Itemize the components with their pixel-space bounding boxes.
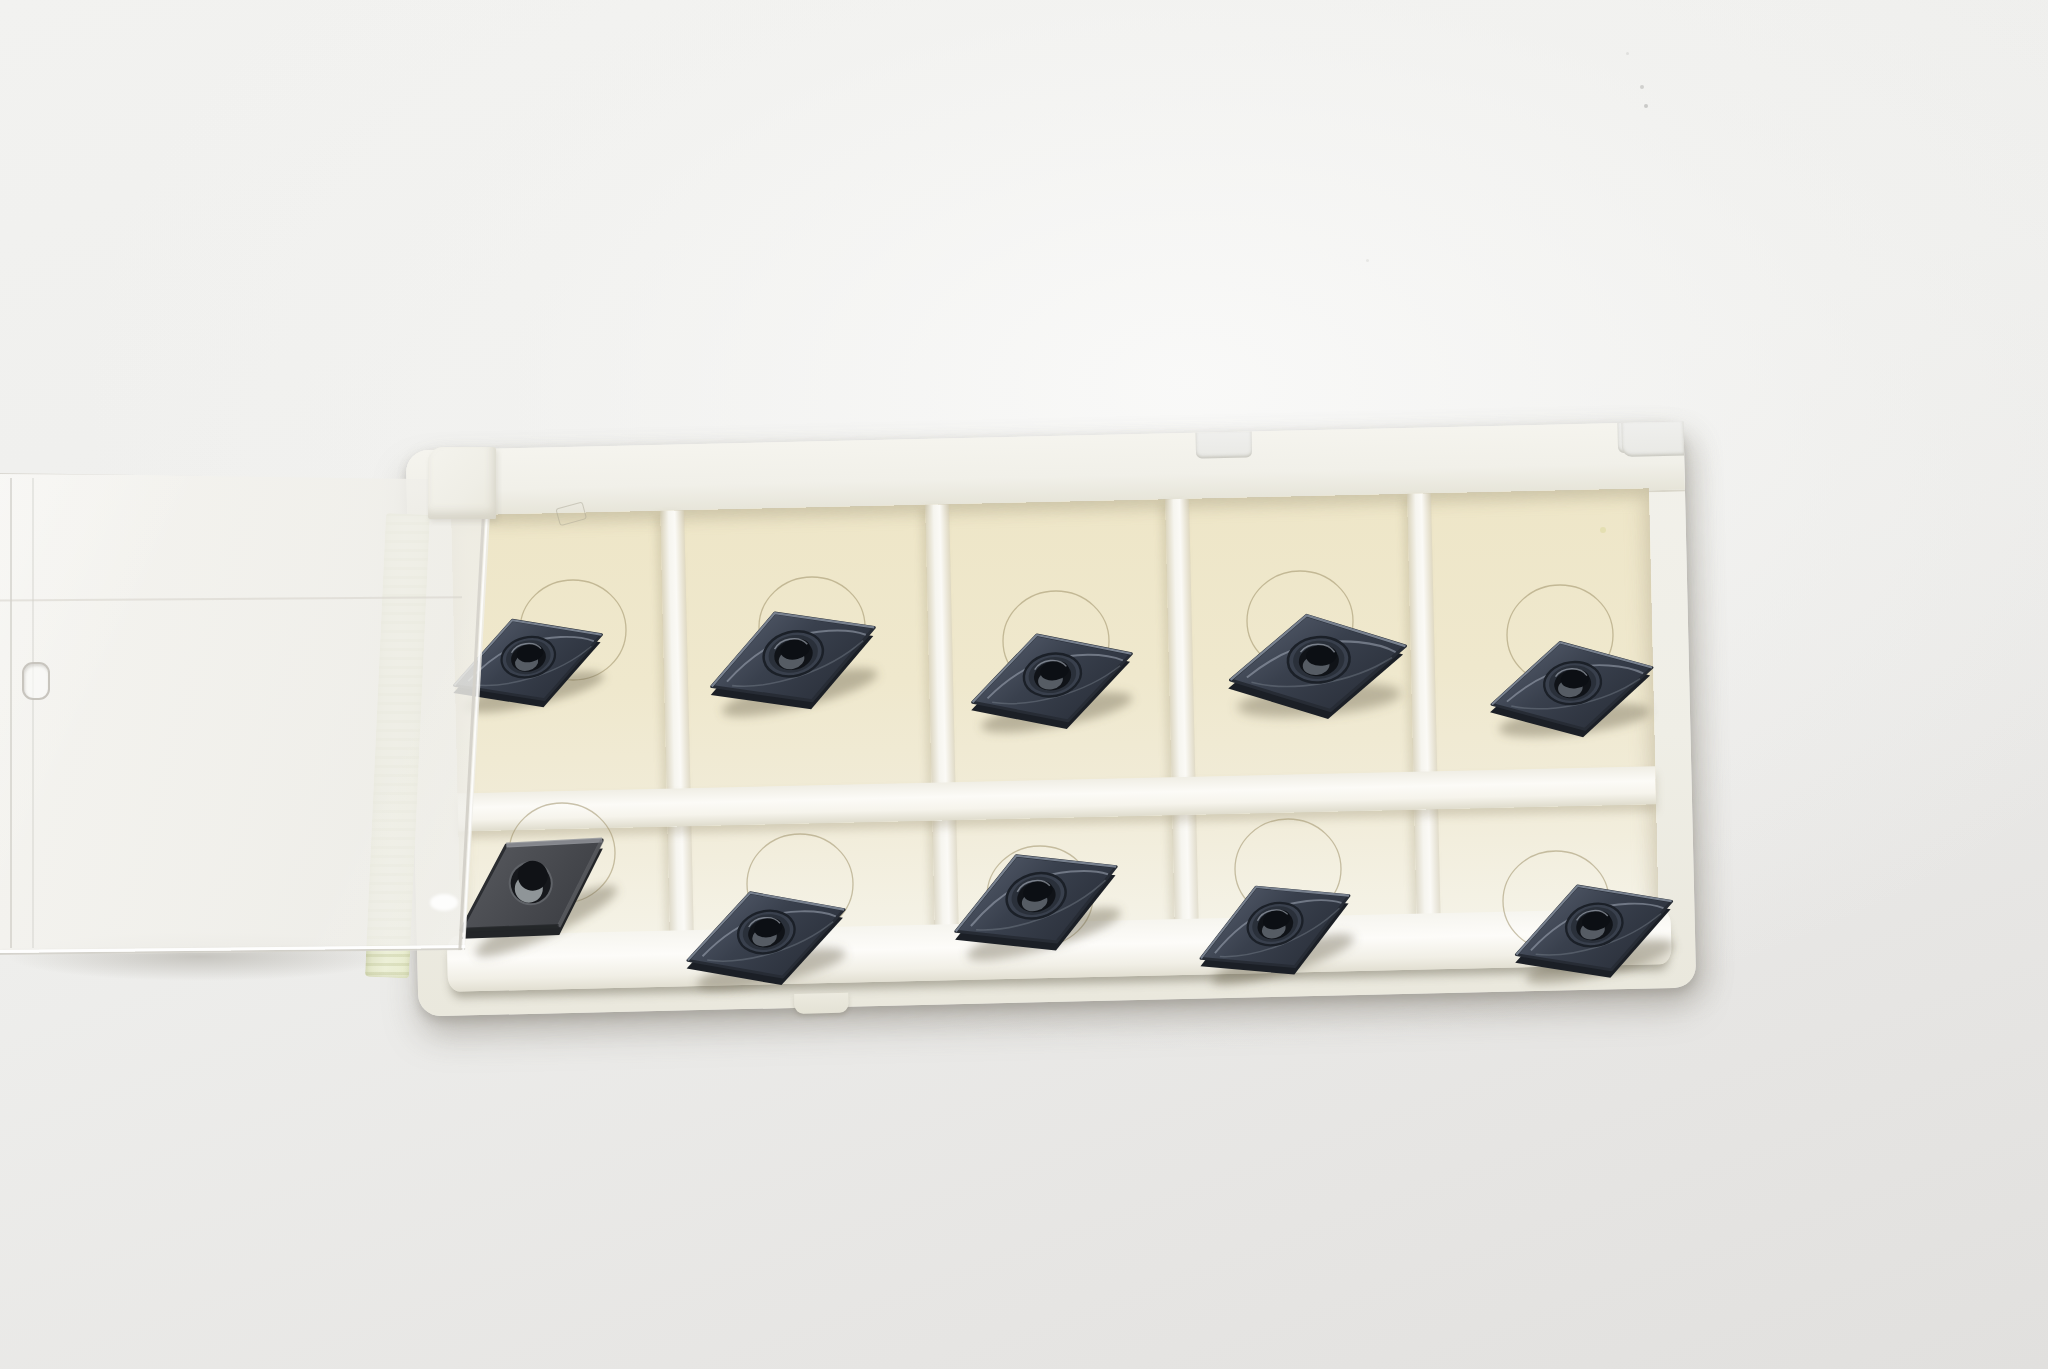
background-speck [1366,259,1369,262]
lid-reflection-bubble [430,894,458,911]
carbide-insert-r1c3-face-up [960,618,1144,746]
carbide-insert-r1c4-face-up [1222,607,1411,727]
lid-grip-notch [22,662,50,700]
background-speck [1626,52,1629,55]
background-speck [1600,527,1606,533]
lid-end-seam [32,478,34,948]
sliding-lid [0,470,504,958]
box-top-left-corner [428,447,496,519]
carbide-insert-r2c3-face-up [937,830,1133,976]
background-speck [1644,104,1648,108]
carbide-insert-r1c2-face-up [695,591,889,732]
lid-end-seam [10,478,12,948]
lid-sheen [0,470,504,958]
background-speck [1640,85,1644,89]
carbide-insert-r2c2-face-up [674,874,857,1003]
photo-stage [0,0,2048,1369]
carbide-insert-r2c5-face-up [1502,866,1686,998]
